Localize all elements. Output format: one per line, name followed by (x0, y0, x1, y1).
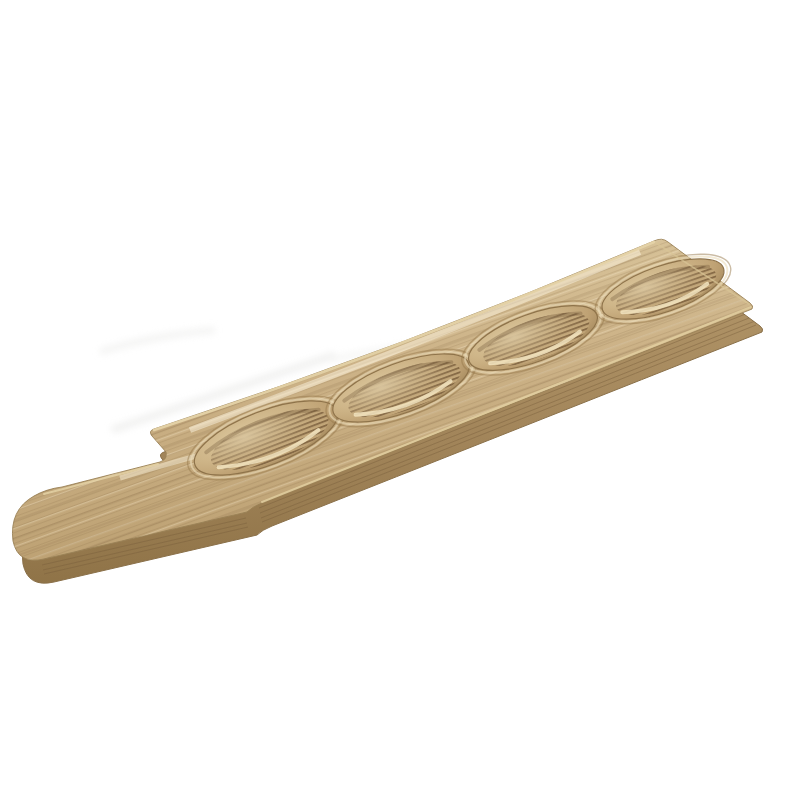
product-photo: Wooden flight paddle with four round rec… (0, 0, 800, 800)
flight-paddle-image: Wooden flight paddle with four round rec… (0, 0, 800, 800)
